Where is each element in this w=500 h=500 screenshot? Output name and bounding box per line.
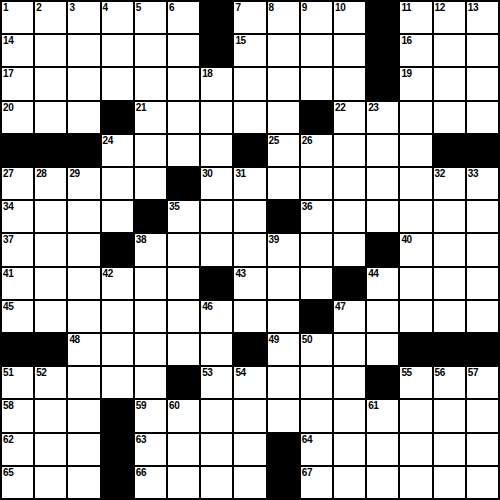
clue-number-49: 49 bbox=[269, 334, 279, 345]
cell-r1c4[interactable] bbox=[135, 35, 166, 66]
clue-number-7: 7 bbox=[235, 2, 240, 13]
cell-r6c5[interactable]: 35 bbox=[168, 201, 199, 232]
black-cell-r6c8 bbox=[268, 201, 299, 232]
cell-r5c12[interactable] bbox=[400, 168, 431, 199]
clue-number-61: 61 bbox=[368, 400, 378, 411]
clue-number-21: 21 bbox=[136, 102, 146, 113]
cell-r10c9[interactable]: 50 bbox=[301, 334, 332, 365]
clue-number-24: 24 bbox=[103, 135, 113, 146]
cell-r3c11[interactable]: 23 bbox=[367, 102, 398, 133]
cell-r2c13[interactable] bbox=[434, 68, 465, 99]
clue-number-40: 40 bbox=[401, 234, 411, 245]
cell-r13c0[interactable]: 62 bbox=[2, 434, 33, 465]
cell-r12c13[interactable] bbox=[434, 400, 465, 431]
cell-r1c8[interactable] bbox=[268, 35, 299, 66]
cell-r2c12[interactable]: 19 bbox=[400, 68, 431, 99]
clue-number-39: 39 bbox=[269, 234, 279, 245]
cell-r12c12[interactable] bbox=[400, 400, 431, 431]
cell-r0c12[interactable]: 11 bbox=[400, 2, 431, 33]
black-cell-r3c3 bbox=[102, 102, 133, 133]
black-cell-r8c10 bbox=[334, 268, 365, 299]
cell-r11c13[interactable]: 56 bbox=[434, 367, 465, 398]
cell-r10c11[interactable] bbox=[367, 334, 398, 365]
cell-r9c3[interactable] bbox=[102, 301, 133, 332]
black-cell-r9c9 bbox=[301, 301, 332, 332]
cell-r5c13[interactable]: 32 bbox=[434, 168, 465, 199]
cell-r12c4[interactable]: 59 bbox=[135, 400, 166, 431]
cell-r12c2[interactable] bbox=[68, 400, 99, 431]
clue-number-57: 57 bbox=[468, 367, 478, 378]
cell-r5c9[interactable] bbox=[301, 168, 332, 199]
clue-number-65: 65 bbox=[3, 467, 13, 478]
cell-r7c2[interactable] bbox=[68, 234, 99, 265]
cell-r1c1[interactable] bbox=[35, 35, 66, 66]
cell-r5c2[interactable]: 29 bbox=[68, 168, 99, 199]
cell-r3c2[interactable] bbox=[68, 102, 99, 133]
clue-number-63: 63 bbox=[136, 434, 146, 445]
cell-r8c14[interactable] bbox=[467, 268, 498, 299]
cell-r13c14[interactable] bbox=[467, 434, 498, 465]
cell-r3c10[interactable]: 22 bbox=[334, 102, 365, 133]
cell-r9c5[interactable] bbox=[168, 301, 199, 332]
black-cell-r7c3 bbox=[102, 234, 133, 265]
clue-number-37: 37 bbox=[3, 234, 13, 245]
cell-r14c12[interactable] bbox=[400, 467, 431, 498]
cell-r6c2[interactable] bbox=[68, 201, 99, 232]
cell-r6c7[interactable] bbox=[234, 201, 265, 232]
cell-r14c0[interactable]: 65 bbox=[2, 467, 33, 498]
clue-number-35: 35 bbox=[169, 201, 179, 212]
cell-r10c3[interactable] bbox=[102, 334, 133, 365]
clue-number-16: 16 bbox=[401, 35, 411, 46]
cell-r9c0[interactable]: 45 bbox=[2, 301, 33, 332]
cell-r12c5[interactable]: 60 bbox=[168, 400, 199, 431]
clue-number-41: 41 bbox=[3, 268, 13, 279]
cell-r4c12[interactable] bbox=[400, 135, 431, 166]
cell-r5c14[interactable]: 33 bbox=[467, 168, 498, 199]
clue-number-48: 48 bbox=[69, 334, 79, 345]
cell-r0c10[interactable]: 10 bbox=[334, 2, 365, 33]
cell-r9c10[interactable]: 47 bbox=[334, 301, 365, 332]
crossword-board: 1234567891011121314151617181920212223242… bbox=[0, 0, 500, 500]
clue-number-60: 60 bbox=[169, 400, 179, 411]
cell-r11c9[interactable] bbox=[301, 367, 332, 398]
cell-r5c7[interactable]: 31 bbox=[234, 168, 265, 199]
cell-r7c1[interactable] bbox=[35, 234, 66, 265]
cell-r6c6[interactable] bbox=[201, 201, 232, 232]
cell-r3c7[interactable] bbox=[234, 102, 265, 133]
cell-r11c1[interactable]: 52 bbox=[35, 367, 66, 398]
cell-r14c14[interactable] bbox=[467, 467, 498, 498]
cell-r6c11[interactable] bbox=[367, 201, 398, 232]
clue-number-67: 67 bbox=[302, 467, 312, 478]
clue-number-20: 20 bbox=[3, 102, 13, 113]
black-cell-r4c14 bbox=[467, 135, 498, 166]
clue-number-36: 36 bbox=[302, 201, 312, 212]
clue-number-30: 30 bbox=[202, 168, 212, 179]
clue-number-15: 15 bbox=[235, 35, 245, 46]
cell-r14c6[interactable] bbox=[201, 467, 232, 498]
cell-r1c3[interactable] bbox=[102, 35, 133, 66]
cell-r11c14[interactable]: 57 bbox=[467, 367, 498, 398]
cell-r10c2[interactable]: 48 bbox=[68, 334, 99, 365]
clue-number-1: 1 bbox=[3, 2, 8, 13]
cell-r14c5[interactable] bbox=[168, 467, 199, 498]
clue-number-54: 54 bbox=[235, 367, 245, 378]
clue-number-8: 8 bbox=[269, 2, 274, 13]
clue-number-4: 4 bbox=[103, 2, 108, 13]
cell-r3c14[interactable] bbox=[467, 102, 498, 133]
cell-r11c3[interactable] bbox=[102, 367, 133, 398]
clue-number-31: 31 bbox=[235, 168, 245, 179]
black-cell-r12c3 bbox=[102, 400, 133, 431]
clue-number-66: 66 bbox=[136, 467, 146, 478]
cell-r8c12[interactable] bbox=[400, 268, 431, 299]
cell-r5c6[interactable]: 30 bbox=[201, 168, 232, 199]
cell-r0c13[interactable]: 12 bbox=[434, 2, 465, 33]
cell-r10c10[interactable] bbox=[334, 334, 365, 365]
cell-r8c1[interactable] bbox=[35, 268, 66, 299]
cell-r4c5[interactable] bbox=[168, 135, 199, 166]
cell-r11c12[interactable]: 55 bbox=[400, 367, 431, 398]
cell-r1c5[interactable] bbox=[168, 35, 199, 66]
clue-number-13: 13 bbox=[468, 2, 478, 13]
clue-number-59: 59 bbox=[136, 400, 146, 411]
cell-r3c13[interactable] bbox=[434, 102, 465, 133]
cell-r3c5[interactable] bbox=[168, 102, 199, 133]
clue-number-38: 38 bbox=[136, 234, 146, 245]
clue-number-43: 43 bbox=[235, 268, 245, 279]
clue-number-26: 26 bbox=[302, 135, 312, 146]
cell-r6c14[interactable] bbox=[467, 201, 498, 232]
cell-r2c4[interactable] bbox=[135, 68, 166, 99]
cell-r0c1[interactable]: 2 bbox=[35, 2, 66, 33]
cell-r9c12[interactable] bbox=[400, 301, 431, 332]
cell-r9c1[interactable] bbox=[35, 301, 66, 332]
cell-r14c4[interactable]: 66 bbox=[135, 467, 166, 498]
cell-r6c12[interactable] bbox=[400, 201, 431, 232]
black-cell-r10c0 bbox=[2, 334, 33, 365]
cell-r5c0[interactable]: 27 bbox=[2, 168, 33, 199]
cell-r9c11[interactable] bbox=[367, 301, 398, 332]
cell-r10c4[interactable] bbox=[135, 334, 166, 365]
cell-r13c6[interactable] bbox=[201, 434, 232, 465]
cell-r13c1[interactable] bbox=[35, 434, 66, 465]
black-cell-r6c4 bbox=[135, 201, 166, 232]
cell-r12c9[interactable] bbox=[301, 400, 332, 431]
cell-r9c8[interactable] bbox=[268, 301, 299, 332]
cell-r8c8[interactable] bbox=[268, 268, 299, 299]
clue-number-11: 11 bbox=[401, 2, 411, 13]
cell-r13c11[interactable] bbox=[367, 434, 398, 465]
cell-r5c4[interactable] bbox=[135, 168, 166, 199]
cell-r1c0[interactable]: 14 bbox=[2, 35, 33, 66]
black-cell-r10c14 bbox=[467, 334, 498, 365]
cell-r1c10[interactable] bbox=[334, 35, 365, 66]
cell-r8c0[interactable]: 41 bbox=[2, 268, 33, 299]
cell-r10c8[interactable]: 49 bbox=[268, 334, 299, 365]
cell-r8c13[interactable] bbox=[434, 268, 465, 299]
black-cell-r10c7 bbox=[234, 334, 265, 365]
clue-number-28: 28 bbox=[36, 168, 46, 179]
black-cell-r4c1 bbox=[35, 135, 66, 166]
cell-r7c9[interactable] bbox=[301, 234, 332, 265]
cell-r3c4[interactable]: 21 bbox=[135, 102, 166, 133]
clue-number-52: 52 bbox=[36, 367, 46, 378]
cell-r2c1[interactable] bbox=[35, 68, 66, 99]
black-cell-r11c11 bbox=[367, 367, 398, 398]
cell-r14c2[interactable] bbox=[68, 467, 99, 498]
cell-r7c8[interactable]: 39 bbox=[268, 234, 299, 265]
cell-r6c13[interactable] bbox=[434, 201, 465, 232]
cell-r8c3[interactable]: 42 bbox=[102, 268, 133, 299]
black-cell-r10c13 bbox=[434, 334, 465, 365]
cell-r11c10[interactable] bbox=[334, 367, 365, 398]
cell-r3c0[interactable]: 20 bbox=[2, 102, 33, 133]
cell-r8c11[interactable]: 44 bbox=[367, 268, 398, 299]
cell-r14c11[interactable] bbox=[367, 467, 398, 498]
clue-number-23: 23 bbox=[368, 102, 378, 113]
cell-r8c2[interactable] bbox=[68, 268, 99, 299]
cell-r4c9[interactable]: 26 bbox=[301, 135, 332, 166]
cell-r0c0[interactable]: 1 bbox=[2, 2, 33, 33]
cell-r7c5[interactable] bbox=[168, 234, 199, 265]
cell-r2c7[interactable] bbox=[234, 68, 265, 99]
black-cell-r5c5 bbox=[168, 168, 199, 199]
cell-r13c5[interactable] bbox=[168, 434, 199, 465]
cell-r11c0[interactable]: 51 bbox=[2, 367, 33, 398]
clue-number-44: 44 bbox=[368, 268, 378, 279]
cell-r1c9[interactable] bbox=[301, 35, 332, 66]
cell-r8c5[interactable] bbox=[168, 268, 199, 299]
cell-r1c12[interactable]: 16 bbox=[400, 35, 431, 66]
cell-r9c2[interactable] bbox=[68, 301, 99, 332]
cell-r9c6[interactable]: 46 bbox=[201, 301, 232, 332]
clue-number-9: 9 bbox=[302, 2, 307, 13]
black-cell-r4c7 bbox=[234, 135, 265, 166]
clue-number-12: 12 bbox=[435, 2, 445, 13]
cell-r5c11[interactable] bbox=[367, 168, 398, 199]
cell-r7c14[interactable] bbox=[467, 234, 498, 265]
cell-r1c13[interactable] bbox=[434, 35, 465, 66]
clue-number-19: 19 bbox=[401, 68, 411, 79]
cell-r2c3[interactable] bbox=[102, 68, 133, 99]
clue-number-58: 58 bbox=[3, 400, 13, 411]
cell-r4c4[interactable] bbox=[135, 135, 166, 166]
black-cell-r11c5 bbox=[168, 367, 199, 398]
clue-number-50: 50 bbox=[302, 334, 312, 345]
cell-r0c14[interactable]: 13 bbox=[467, 2, 498, 33]
cell-r12c8[interactable] bbox=[268, 400, 299, 431]
cell-r4c11[interactable] bbox=[367, 135, 398, 166]
cell-r14c7[interactable] bbox=[234, 467, 265, 498]
clue-number-27: 27 bbox=[3, 168, 13, 179]
clue-number-3: 3 bbox=[69, 2, 74, 13]
black-cell-r0c11 bbox=[367, 2, 398, 33]
clue-number-45: 45 bbox=[3, 301, 13, 312]
cell-r12c6[interactable] bbox=[201, 400, 232, 431]
cell-r3c8[interactable] bbox=[268, 102, 299, 133]
cell-r7c4[interactable]: 38 bbox=[135, 234, 166, 265]
clue-number-25: 25 bbox=[269, 135, 279, 146]
cell-r3c12[interactable] bbox=[400, 102, 431, 133]
clue-number-17: 17 bbox=[3, 68, 13, 79]
cell-r5c10[interactable] bbox=[334, 168, 365, 199]
cell-r13c7[interactable] bbox=[234, 434, 265, 465]
cell-r13c4[interactable]: 63 bbox=[135, 434, 166, 465]
black-cell-r10c12 bbox=[400, 334, 431, 365]
cell-r0c8[interactable]: 8 bbox=[268, 2, 299, 33]
clue-number-42: 42 bbox=[103, 268, 113, 279]
black-cell-r4c13 bbox=[434, 135, 465, 166]
cell-r10c6[interactable] bbox=[201, 334, 232, 365]
clue-number-56: 56 bbox=[435, 367, 445, 378]
cell-r6c0[interactable]: 34 bbox=[2, 201, 33, 232]
cell-r3c1[interactable] bbox=[35, 102, 66, 133]
clue-number-64: 64 bbox=[302, 434, 312, 445]
clue-number-55: 55 bbox=[401, 367, 411, 378]
black-cell-r1c6 bbox=[201, 35, 232, 66]
black-cell-r0c6 bbox=[201, 2, 232, 33]
cell-r12c11[interactable]: 61 bbox=[367, 400, 398, 431]
cell-r7c10[interactable] bbox=[334, 234, 365, 265]
cell-r13c9[interactable]: 64 bbox=[301, 434, 332, 465]
cell-r12c0[interactable]: 58 bbox=[2, 400, 33, 431]
cell-r2c5[interactable] bbox=[168, 68, 199, 99]
cell-r10c5[interactable] bbox=[168, 334, 199, 365]
cell-r2c0[interactable]: 17 bbox=[2, 68, 33, 99]
cell-r6c1[interactable] bbox=[35, 201, 66, 232]
cell-r11c6[interactable]: 53 bbox=[201, 367, 232, 398]
cell-r14c1[interactable] bbox=[35, 467, 66, 498]
cell-r2c8[interactable] bbox=[268, 68, 299, 99]
black-cell-r2c11 bbox=[367, 68, 398, 99]
clue-number-51: 51 bbox=[3, 367, 13, 378]
black-cell-r7c11 bbox=[367, 234, 398, 265]
cell-r7c7[interactable] bbox=[234, 234, 265, 265]
cell-r0c4[interactable]: 5 bbox=[135, 2, 166, 33]
black-cell-r13c3 bbox=[102, 434, 133, 465]
clue-number-5: 5 bbox=[136, 2, 141, 13]
black-cell-r4c0 bbox=[2, 135, 33, 166]
cell-r6c10[interactable] bbox=[334, 201, 365, 232]
black-cell-r1c11 bbox=[367, 35, 398, 66]
cell-r13c10[interactable] bbox=[334, 434, 365, 465]
clue-number-18: 18 bbox=[202, 68, 212, 79]
cell-r8c4[interactable] bbox=[135, 268, 166, 299]
cell-r6c9[interactable]: 36 bbox=[301, 201, 332, 232]
cell-r5c1[interactable]: 28 bbox=[35, 168, 66, 199]
cell-r2c9[interactable] bbox=[301, 68, 332, 99]
cell-r6c3[interactable] bbox=[102, 201, 133, 232]
cell-r1c2[interactable] bbox=[68, 35, 99, 66]
cell-r8c7[interactable]: 43 bbox=[234, 268, 265, 299]
black-cell-r10c1 bbox=[35, 334, 66, 365]
cell-r12c1[interactable] bbox=[35, 400, 66, 431]
cell-r2c2[interactable] bbox=[68, 68, 99, 99]
cell-r8c9[interactable] bbox=[301, 268, 332, 299]
cell-r7c0[interactable]: 37 bbox=[2, 234, 33, 265]
black-cell-r8c6 bbox=[201, 268, 232, 299]
cell-r9c7[interactable] bbox=[234, 301, 265, 332]
cell-r4c3[interactable]: 24 bbox=[102, 135, 133, 166]
cell-r7c6[interactable] bbox=[201, 234, 232, 265]
cell-r13c2[interactable] bbox=[68, 434, 99, 465]
cell-r14c13[interactable] bbox=[434, 467, 465, 498]
black-cell-r14c3 bbox=[102, 467, 133, 498]
cell-r13c12[interactable] bbox=[400, 434, 431, 465]
cell-r11c2[interactable] bbox=[68, 367, 99, 398]
cell-r7c13[interactable] bbox=[434, 234, 465, 265]
black-cell-r3c9 bbox=[301, 102, 332, 133]
cell-r7c12[interactable]: 40 bbox=[400, 234, 431, 265]
cell-r5c8[interactable] bbox=[268, 168, 299, 199]
cell-r14c9[interactable]: 67 bbox=[301, 467, 332, 498]
cell-r9c14[interactable] bbox=[467, 301, 498, 332]
cell-r0c9[interactable]: 9 bbox=[301, 2, 332, 33]
cell-r4c8[interactable]: 25 bbox=[268, 135, 299, 166]
clue-number-47: 47 bbox=[335, 301, 345, 312]
cell-r4c6[interactable] bbox=[201, 135, 232, 166]
cell-r2c14[interactable] bbox=[467, 68, 498, 99]
cell-r1c7[interactable]: 15 bbox=[234, 35, 265, 66]
cell-r5c3[interactable] bbox=[102, 168, 133, 199]
cell-r9c13[interactable] bbox=[434, 301, 465, 332]
cell-r0c3[interactable]: 4 bbox=[102, 2, 133, 33]
cell-r12c7[interactable] bbox=[234, 400, 265, 431]
clue-number-46: 46 bbox=[202, 301, 212, 312]
clue-number-33: 33 bbox=[468, 168, 478, 179]
cell-r0c7[interactable]: 7 bbox=[234, 2, 265, 33]
clue-number-34: 34 bbox=[3, 201, 13, 212]
cell-r12c10[interactable] bbox=[334, 400, 365, 431]
cell-r12c14[interactable] bbox=[467, 400, 498, 431]
cell-r1c14[interactable] bbox=[467, 35, 498, 66]
clue-number-22: 22 bbox=[335, 102, 345, 113]
cell-r0c2[interactable]: 3 bbox=[68, 2, 99, 33]
clue-number-14: 14 bbox=[3, 35, 13, 46]
cell-r3c6[interactable] bbox=[201, 102, 232, 133]
cell-r13c13[interactable] bbox=[434, 434, 465, 465]
cell-r9c4[interactable] bbox=[135, 301, 166, 332]
clue-number-53: 53 bbox=[202, 367, 212, 378]
clue-number-2: 2 bbox=[36, 2, 41, 13]
clue-number-32: 32 bbox=[435, 168, 445, 179]
black-cell-r4c2 bbox=[68, 135, 99, 166]
clue-number-6: 6 bbox=[169, 2, 174, 13]
black-cell-r13c8 bbox=[268, 434, 299, 465]
cell-r14c10[interactable] bbox=[334, 467, 365, 498]
cell-r0c5[interactable]: 6 bbox=[168, 2, 199, 33]
cell-r2c6[interactable]: 18 bbox=[201, 68, 232, 99]
clue-number-62: 62 bbox=[3, 434, 13, 445]
clue-number-29: 29 bbox=[69, 168, 79, 179]
cell-r4c10[interactable] bbox=[334, 135, 365, 166]
cell-r11c7[interactable]: 54 bbox=[234, 367, 265, 398]
black-cell-r14c8 bbox=[268, 467, 299, 498]
cell-r11c8[interactable] bbox=[268, 367, 299, 398]
cell-r11c4[interactable] bbox=[135, 367, 166, 398]
cell-r2c10[interactable] bbox=[334, 68, 365, 99]
clue-number-10: 10 bbox=[335, 2, 345, 13]
